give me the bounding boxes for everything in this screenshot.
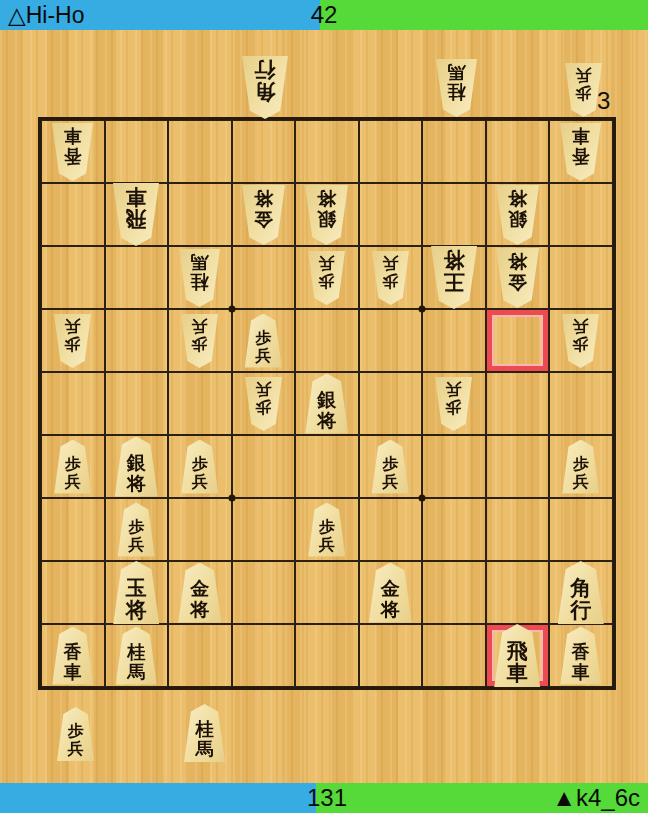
bottom-clock-bar: 131 ▲k4_6c [0,783,648,813]
square-5i[interactable] [295,624,359,687]
square-4i[interactable] [359,624,423,687]
square-1e[interactable] [549,372,613,435]
square-6a[interactable] [232,120,296,183]
square-7b[interactable] [168,183,232,246]
square-8g[interactable]: 歩兵 [105,498,169,561]
square-5c[interactable]: 歩兵 [295,246,359,309]
square-2f[interactable] [486,435,550,498]
square-8d[interactable] [105,309,169,372]
square-1d[interactable]: 歩兵 [549,309,613,372]
piece-gote-pawn[interactable]: 歩兵 [562,314,599,368]
square-9i[interactable]: 香車 [41,624,105,687]
square-4f[interactable]: 歩兵 [359,435,423,498]
square-8h[interactable]: 玉将 [105,561,169,624]
piece-gote-silver[interactable]: 銀将 [305,185,348,245]
piece-sente-pawn[interactable]: 歩兵 [118,503,155,557]
square-6e[interactable]: 歩兵 [232,372,296,435]
square-2g[interactable] [486,498,550,561]
shogi-app: △Hi-Ho 42 角行桂馬歩兵 3 香車香車飛車金将銀将銀将桂馬歩兵歩兵王将金… [0,0,648,813]
square-9f[interactable]: 歩兵 [41,435,105,498]
square-5b[interactable]: 銀将 [295,183,359,246]
piece-gote-pawn[interactable]: 歩兵 [181,314,218,368]
piece-sente-lance[interactable]: 香車 [560,627,601,685]
square-9d[interactable]: 歩兵 [41,309,105,372]
square-6h[interactable] [232,561,296,624]
piece-sente-knight[interactable]: 桂馬 [116,627,157,685]
last-move-highlight [487,310,549,371]
square-4g[interactable] [359,498,423,561]
square-2h[interactable] [486,561,550,624]
piece-sente-king[interactable]: 玉将 [113,561,159,624]
piece-gote-gold[interactable]: 金将 [242,185,285,245]
piece-gote-knight[interactable]: 桂馬 [179,249,220,307]
square-2c[interactable]: 金将 [486,246,550,309]
square-6b[interactable]: 金将 [232,183,296,246]
piece-gote-pawn[interactable]: 歩兵 [54,314,91,368]
square-7d[interactable]: 歩兵 [168,309,232,372]
square-5a[interactable] [295,120,359,183]
square-5e[interactable]: 銀将 [295,372,359,435]
square-7g[interactable] [168,498,232,561]
sente-counter: 131 [307,783,347,813]
square-7f[interactable]: 歩兵 [168,435,232,498]
square-3g[interactable] [422,498,486,561]
square-3c[interactable]: 王将 [422,246,486,309]
square-2e[interactable] [486,372,550,435]
square-3a[interactable] [422,120,486,183]
square-2a[interactable] [486,120,550,183]
piece-gote-rook[interactable]: 飛車 [113,183,159,246]
hand-gote-knight[interactable]: 桂馬 [436,59,477,117]
square-2b[interactable]: 銀将 [486,183,550,246]
last-move-label: ▲k4_6c [552,783,640,813]
piece-gote-pawn[interactable]: 歩兵 [308,251,345,305]
square-4d[interactable] [359,309,423,372]
square-9g[interactable] [41,498,105,561]
piece-gote-pawn[interactable]: 歩兵 [245,377,282,431]
square-6i[interactable] [232,624,296,687]
square-2i[interactable]: 飛車 [486,624,550,687]
square-4a[interactable] [359,120,423,183]
square-7c[interactable]: 桂馬 [168,246,232,309]
shogi-board: 香車香車飛車金将銀将銀将桂馬歩兵歩兵王将金将歩兵歩兵歩兵歩兵歩兵銀将歩兵歩兵銀将… [38,117,616,690]
hand-sente-knight[interactable]: 桂馬 [184,704,225,762]
piece-gote-king[interactable]: 王将 [431,246,477,309]
square-1h[interactable]: 角行 [549,561,613,624]
hand-gote-bishop[interactable]: 角行 [242,56,288,119]
square-9b[interactable] [41,183,105,246]
square-7a[interactable] [168,120,232,183]
piece-sente-bishop[interactable]: 角行 [558,561,604,624]
square-8a[interactable] [105,120,169,183]
piece-sente-pawn[interactable]: 歩兵 [308,503,345,557]
square-7h[interactable]: 金将 [168,561,232,624]
square-4c[interactable]: 歩兵 [359,246,423,309]
piece-sente-pawn[interactable]: 歩兵 [245,314,282,368]
square-1g[interactable] [549,498,613,561]
square-1a[interactable]: 香車 [549,120,613,183]
piece-sente-pawn[interactable]: 歩兵 [181,440,218,494]
square-9a[interactable]: 香車 [41,120,105,183]
piece-sente-gold[interactable]: 金将 [369,563,412,623]
square-3i[interactable] [422,624,486,687]
square-6c[interactable] [232,246,296,309]
hand-sente-pawn[interactable]: 歩兵 [57,707,94,761]
square-3b[interactable] [422,183,486,246]
square-8b[interactable]: 飛車 [105,183,169,246]
square-5g[interactable]: 歩兵 [295,498,359,561]
square-9e[interactable] [41,372,105,435]
square-6d[interactable]: 歩兵 [232,309,296,372]
square-1f[interactable]: 歩兵 [549,435,613,498]
piece-gote-gold[interactable]: 金将 [496,248,539,308]
square-3f[interactable] [422,435,486,498]
square-5h[interactable] [295,561,359,624]
gote-pawn-count: 3 [597,87,610,115]
square-1b[interactable] [549,183,613,246]
piece-sente-pawn[interactable]: 歩兵 [372,440,409,494]
piece-sente-lance[interactable]: 香車 [52,627,93,685]
square-9h[interactable] [41,561,105,624]
square-5f[interactable] [295,435,359,498]
piece-sente-silver[interactable]: 銀将 [305,374,348,434]
bottom-bar-blue-fill [0,783,316,813]
gote-counter: 42 [311,0,338,30]
square-9c[interactable] [41,246,105,309]
top-clock-bar: △Hi-Ho 42 [0,0,648,30]
square-6f[interactable] [232,435,296,498]
piece-sente-silver[interactable]: 銀将 [115,437,158,497]
piece-gote-pawn[interactable]: 歩兵 [435,377,472,431]
square-7e[interactable] [168,372,232,435]
square-3e[interactable]: 歩兵 [422,372,486,435]
square-8f[interactable]: 銀将 [105,435,169,498]
piece-sente-pawn[interactable]: 歩兵 [54,440,91,494]
square-1i[interactable]: 香車 [549,624,613,687]
piece-gote-lance[interactable]: 香車 [52,123,93,181]
piece-gote-pawn[interactable]: 歩兵 [372,251,409,305]
square-1c[interactable] [549,246,613,309]
square-3h[interactable] [422,561,486,624]
square-6g[interactable] [232,498,296,561]
square-4b[interactable] [359,183,423,246]
square-4h[interactable]: 金将 [359,561,423,624]
gote-player-name: △Hi-Ho [8,0,84,30]
piece-gote-silver[interactable]: 銀将 [496,185,539,245]
square-8e[interactable] [105,372,169,435]
piece-sente-pawn[interactable]: 歩兵 [562,440,599,494]
square-7i[interactable] [168,624,232,687]
piece-sente-gold[interactable]: 金将 [178,563,221,623]
square-5d[interactable] [295,309,359,372]
square-2d[interactable] [486,309,550,372]
square-8c[interactable] [105,246,169,309]
square-4e[interactable] [359,372,423,435]
square-3d[interactable] [422,309,486,372]
square-8i[interactable]: 桂馬 [105,624,169,687]
piece-gote-lance[interactable]: 香車 [560,123,601,181]
